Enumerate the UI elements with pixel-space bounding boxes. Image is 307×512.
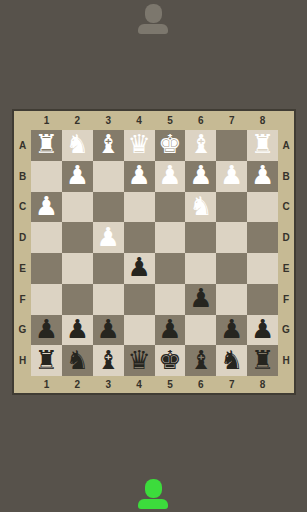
piece-black-bishop[interactable]: ♝ — [189, 347, 212, 373]
column-label-bottom-5: 5 — [155, 376, 186, 393]
square-D2[interactable] — [62, 222, 93, 253]
square-B5[interactable]: ♟ — [155, 161, 186, 192]
row-label-right-H: H — [278, 345, 294, 376]
piece-white-pawn[interactable]: ♟ — [251, 162, 274, 188]
square-E8[interactable] — [247, 253, 278, 284]
square-C4[interactable] — [124, 192, 155, 223]
person-icon — [145, 479, 162, 498]
column-label-top-4: 4 — [124, 111, 155, 130]
square-G4[interactable] — [124, 315, 155, 346]
square-C8[interactable] — [247, 192, 278, 223]
square-B4[interactable]: ♟ — [124, 161, 155, 192]
square-C1[interactable]: ♟ — [31, 192, 62, 223]
square-C7[interactable] — [216, 192, 247, 223]
square-H6[interactable]: ♝ — [185, 345, 216, 376]
square-H5[interactable]: ♚ — [155, 345, 186, 376]
piece-white-pawn[interactable]: ♟ — [35, 193, 58, 219]
piece-black-pawn[interactable]: ♟ — [251, 316, 274, 342]
piece-white-pawn[interactable]: ♟ — [158, 162, 181, 188]
square-B1[interactable] — [31, 161, 62, 192]
square-D7[interactable] — [216, 222, 247, 253]
piece-white-pawn[interactable]: ♟ — [189, 162, 212, 188]
column-label-bottom-1: 1 — [31, 376, 62, 393]
square-D1[interactable] — [31, 222, 62, 253]
square-D4[interactable] — [124, 222, 155, 253]
piece-white-bishop[interactable]: ♝ — [97, 131, 120, 157]
row-label-left-H: H — [14, 345, 31, 376]
piece-black-bishop[interactable]: ♝ — [97, 347, 120, 373]
opponent-avatar-icon — [138, 4, 168, 34]
piece-black-king[interactable]: ♚ — [158, 347, 181, 373]
piece-black-knight[interactable]: ♞ — [220, 347, 243, 373]
person-icon — [145, 4, 162, 23]
square-C5[interactable] — [155, 192, 186, 223]
square-H1[interactable]: ♜ — [31, 345, 62, 376]
square-B8[interactable]: ♟ — [247, 161, 278, 192]
column-label-bottom-4: 4 — [124, 376, 155, 393]
column-label-top-8: 8 — [247, 111, 278, 130]
square-C3[interactable] — [93, 192, 124, 223]
piece-black-rook[interactable]: ♜ — [251, 347, 274, 373]
piece-white-pawn[interactable]: ♟ — [97, 224, 120, 250]
square-G5[interactable]: ♟ — [155, 315, 186, 346]
piece-black-rook[interactable]: ♜ — [35, 347, 58, 373]
square-H8[interactable]: ♜ — [247, 345, 278, 376]
piece-black-pawn[interactable]: ♟ — [127, 254, 150, 280]
piece-black-pawn[interactable]: ♟ — [220, 316, 243, 342]
square-G1[interactable]: ♟ — [31, 315, 62, 346]
square-D3[interactable]: ♟ — [93, 222, 124, 253]
square-D8[interactable] — [247, 222, 278, 253]
square-E5[interactable] — [155, 253, 186, 284]
row-label-left-E: E — [14, 253, 31, 284]
square-G3[interactable]: ♟ — [93, 315, 124, 346]
piece-white-rook[interactable]: ♜ — [251, 131, 274, 157]
column-label-top-2: 2 — [62, 111, 93, 130]
square-G8[interactable]: ♟ — [247, 315, 278, 346]
square-D6[interactable] — [185, 222, 216, 253]
square-A7[interactable] — [216, 130, 247, 161]
square-G2[interactable]: ♟ — [62, 315, 93, 346]
chess-board: 1122334455667788AABBCCDDEEFFGGHH♜♞♝♛♚♝♜♟… — [12, 109, 296, 395]
row-label-right-A: A — [278, 130, 294, 161]
square-E6[interactable] — [185, 253, 216, 284]
square-H3[interactable]: ♝ — [93, 345, 124, 376]
square-H2[interactable]: ♞ — [62, 345, 93, 376]
column-label-top-5: 5 — [155, 111, 186, 130]
square-C6[interactable]: ♞ — [185, 192, 216, 223]
piece-white-rook[interactable]: ♜ — [35, 131, 58, 157]
square-A1[interactable]: ♜ — [31, 130, 62, 161]
piece-black-queen[interactable]: ♛ — [127, 347, 150, 373]
square-E3[interactable] — [93, 253, 124, 284]
square-G6[interactable] — [185, 315, 216, 346]
square-A6[interactable]: ♝ — [185, 130, 216, 161]
square-F8[interactable] — [247, 284, 278, 315]
row-label-left-F: F — [14, 284, 31, 315]
row-label-left-C: C — [14, 192, 31, 223]
square-B6[interactable]: ♟ — [185, 161, 216, 192]
square-E2[interactable] — [62, 253, 93, 284]
column-label-top-6: 6 — [185, 111, 216, 130]
piece-white-queen[interactable]: ♛ — [127, 131, 150, 157]
square-A4[interactable]: ♛ — [124, 130, 155, 161]
square-F2[interactable] — [62, 284, 93, 315]
row-label-right-B: B — [278, 161, 294, 192]
column-label-bottom-6: 6 — [185, 376, 216, 393]
piece-white-bishop[interactable]: ♝ — [189, 131, 212, 157]
square-F5[interactable] — [155, 284, 186, 315]
row-label-left-B: B — [14, 161, 31, 192]
square-H4[interactable]: ♛ — [124, 345, 155, 376]
row-label-left-G: G — [14, 315, 31, 346]
row-label-left-A: A — [14, 130, 31, 161]
square-E1[interactable] — [31, 253, 62, 284]
column-label-top-3: 3 — [93, 111, 124, 130]
row-label-left-D: D — [14, 222, 31, 253]
square-B2[interactable]: ♟ — [62, 161, 93, 192]
column-label-bottom-3: 3 — [93, 376, 124, 393]
row-label-right-D: D — [278, 222, 294, 253]
piece-black-pawn[interactable]: ♟ — [35, 316, 58, 342]
piece-black-pawn[interactable]: ♟ — [97, 316, 120, 342]
square-E7[interactable] — [216, 253, 247, 284]
square-B7[interactable]: ♟ — [216, 161, 247, 192]
square-F3[interactable] — [93, 284, 124, 315]
square-H7[interactable]: ♞ — [216, 345, 247, 376]
square-F4[interactable] — [124, 284, 155, 315]
square-F7[interactable] — [216, 284, 247, 315]
row-label-right-E: E — [278, 253, 294, 284]
square-B3[interactable] — [93, 161, 124, 192]
column-label-top-1: 1 — [31, 111, 62, 130]
square-F1[interactable] — [31, 284, 62, 315]
column-label-bottom-7: 7 — [216, 376, 247, 393]
piece-black-pawn[interactable]: ♟ — [66, 316, 89, 342]
square-D5[interactable] — [155, 222, 186, 253]
piece-black-knight[interactable]: ♞ — [66, 347, 89, 373]
square-A2[interactable]: ♞ — [62, 130, 93, 161]
piece-white-knight[interactable]: ♞ — [66, 131, 89, 157]
piece-white-king[interactable]: ♚ — [158, 131, 181, 157]
row-label-right-G: G — [278, 315, 294, 346]
square-F6[interactable]: ♟ — [185, 284, 216, 315]
piece-white-pawn[interactable]: ♟ — [127, 162, 150, 188]
row-label-right-C: C — [278, 192, 294, 223]
column-label-bottom-8: 8 — [247, 376, 278, 393]
column-label-bottom-2: 2 — [62, 376, 93, 393]
square-E4[interactable]: ♟ — [124, 253, 155, 284]
piece-white-pawn[interactable]: ♟ — [66, 162, 89, 188]
piece-white-knight[interactable]: ♞ — [189, 193, 212, 219]
square-A3[interactable]: ♝ — [93, 130, 124, 161]
piece-black-pawn[interactable]: ♟ — [189, 285, 212, 311]
square-A8[interactable]: ♜ — [247, 130, 278, 161]
square-G7[interactable]: ♟ — [216, 315, 247, 346]
square-C2[interactable] — [62, 192, 93, 223]
square-A5[interactable]: ♚ — [155, 130, 186, 161]
piece-white-pawn[interactable]: ♟ — [220, 162, 243, 188]
player-avatar-icon — [138, 479, 168, 509]
row-label-right-F: F — [278, 284, 294, 315]
piece-black-pawn[interactable]: ♟ — [158, 316, 181, 342]
column-label-top-7: 7 — [216, 111, 247, 130]
